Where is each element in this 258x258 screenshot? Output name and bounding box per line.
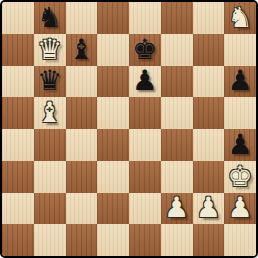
piece-white-pawn[interactable]: ♟ (228, 194, 253, 222)
square-c2[interactable] (66, 193, 98, 225)
piece-white-knight[interactable]: ♞ (228, 4, 253, 32)
square-d1[interactable] (97, 224, 129, 256)
square-b3[interactable] (34, 161, 66, 193)
piece-black-queen[interactable]: ♛ (37, 67, 62, 95)
square-f3[interactable] (161, 161, 193, 193)
square-d4[interactable] (97, 129, 129, 161)
chess-board-window: ♞♞♛♝♚♛♟♟♝♟♚♟♟♟ (0, 0, 258, 258)
square-f1[interactable] (161, 224, 193, 256)
square-f2[interactable]: ♟ (161, 193, 193, 225)
square-h7[interactable] (224, 34, 256, 66)
piece-white-queen[interactable]: ♛ (37, 36, 62, 64)
piece-black-bishop[interactable]: ♝ (69, 36, 94, 64)
piece-black-pawn[interactable]: ♟ (132, 67, 157, 95)
square-e3[interactable] (129, 161, 161, 193)
square-b6[interactable]: ♛ (34, 66, 66, 98)
square-g1[interactable] (193, 224, 225, 256)
piece-black-pawn[interactable]: ♟ (228, 67, 253, 95)
square-g3[interactable] (193, 161, 225, 193)
square-c5[interactable] (66, 97, 98, 129)
square-g6[interactable] (193, 66, 225, 98)
square-e6[interactable]: ♟ (129, 66, 161, 98)
piece-white-bishop[interactable]: ♝ (37, 99, 62, 127)
piece-white-pawn[interactable]: ♟ (164, 194, 189, 222)
square-f7[interactable] (161, 34, 193, 66)
square-c8[interactable] (66, 2, 98, 34)
square-a3[interactable] (2, 161, 34, 193)
square-c1[interactable] (66, 224, 98, 256)
square-e7[interactable]: ♚ (129, 34, 161, 66)
square-a5[interactable] (2, 97, 34, 129)
square-a6[interactable] (2, 66, 34, 98)
square-d3[interactable] (97, 161, 129, 193)
square-d6[interactable] (97, 66, 129, 98)
square-h4[interactable]: ♟ (224, 129, 256, 161)
square-c7[interactable]: ♝ (66, 34, 98, 66)
piece-black-knight[interactable]: ♞ (37, 4, 62, 32)
square-h8[interactable]: ♞ (224, 2, 256, 34)
square-a4[interactable] (2, 129, 34, 161)
piece-black-king[interactable]: ♚ (132, 36, 157, 64)
square-b1[interactable] (34, 224, 66, 256)
square-c3[interactable] (66, 161, 98, 193)
square-d2[interactable] (97, 193, 129, 225)
square-a7[interactable] (2, 34, 34, 66)
square-d8[interactable] (97, 2, 129, 34)
square-d5[interactable] (97, 97, 129, 129)
square-b2[interactable] (34, 193, 66, 225)
square-f5[interactable] (161, 97, 193, 129)
piece-black-pawn[interactable]: ♟ (228, 131, 253, 159)
square-g2[interactable]: ♟ (193, 193, 225, 225)
chess-board: ♞♞♛♝♚♛♟♟♝♟♚♟♟♟ (0, 0, 258, 258)
square-h2[interactable]: ♟ (224, 193, 256, 225)
square-a1[interactable] (2, 224, 34, 256)
piece-white-pawn[interactable]: ♟ (196, 194, 221, 222)
square-g4[interactable] (193, 129, 225, 161)
square-h5[interactable] (224, 97, 256, 129)
square-h1[interactable] (224, 224, 256, 256)
square-f8[interactable] (161, 2, 193, 34)
square-d7[interactable] (97, 34, 129, 66)
square-h3[interactable]: ♚ (224, 161, 256, 193)
square-c6[interactable] (66, 66, 98, 98)
square-e5[interactable] (129, 97, 161, 129)
square-b7[interactable]: ♛ (34, 34, 66, 66)
square-b8[interactable]: ♞ (34, 2, 66, 34)
square-g5[interactable] (193, 97, 225, 129)
square-c4[interactable] (66, 129, 98, 161)
square-e8[interactable] (129, 2, 161, 34)
square-f6[interactable] (161, 66, 193, 98)
square-b4[interactable] (34, 129, 66, 161)
square-g8[interactable] (193, 2, 225, 34)
square-a2[interactable] (2, 193, 34, 225)
square-a8[interactable] (2, 2, 34, 34)
square-b5[interactable]: ♝ (34, 97, 66, 129)
square-f4[interactable] (161, 129, 193, 161)
square-e2[interactable] (129, 193, 161, 225)
square-e4[interactable] (129, 129, 161, 161)
piece-white-king[interactable]: ♚ (228, 163, 253, 191)
square-h6[interactable]: ♟ (224, 66, 256, 98)
square-g7[interactable] (193, 34, 225, 66)
square-e1[interactable] (129, 224, 161, 256)
